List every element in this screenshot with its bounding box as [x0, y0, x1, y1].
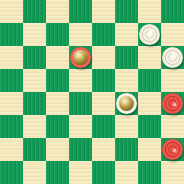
- square-r7c3[interactable]: [69, 161, 92, 184]
- square-r3c6[interactable]: [138, 69, 161, 92]
- square-r4c7[interactable]: [161, 92, 184, 115]
- square-r5c5[interactable]: [115, 115, 138, 138]
- square-r6c2[interactable]: [46, 138, 69, 161]
- red-man-piece[interactable]: [162, 93, 183, 114]
- square-r6c1[interactable]: [23, 138, 46, 161]
- square-r4c4[interactable]: [92, 92, 115, 115]
- red-king-piece[interactable]: [70, 47, 91, 68]
- square-r3c7[interactable]: [161, 69, 184, 92]
- square-r3c0[interactable]: [0, 69, 23, 92]
- square-r6c0[interactable]: [0, 138, 23, 161]
- square-r4c5[interactable]: [115, 92, 138, 115]
- square-r6c7[interactable]: [161, 138, 184, 161]
- square-r2c3[interactable]: [69, 46, 92, 69]
- square-r1c4[interactable]: [92, 23, 115, 46]
- square-r5c1[interactable]: [23, 115, 46, 138]
- white-king-piece[interactable]: [116, 93, 137, 114]
- square-r7c2[interactable]: [46, 161, 69, 184]
- square-r1c3[interactable]: [69, 23, 92, 46]
- square-r5c3[interactable]: [69, 115, 92, 138]
- square-r1c1[interactable]: [23, 23, 46, 46]
- red-man-piece[interactable]: [162, 139, 183, 160]
- square-r0c2[interactable]: [46, 0, 69, 23]
- square-r5c7[interactable]: [161, 115, 184, 138]
- square-r1c0[interactable]: [0, 23, 23, 46]
- square-r2c0[interactable]: [0, 46, 23, 69]
- square-r5c0[interactable]: [0, 115, 23, 138]
- white-man-piece[interactable]: [139, 24, 160, 45]
- square-r5c4[interactable]: [92, 115, 115, 138]
- square-r1c2[interactable]: [46, 23, 69, 46]
- square-r3c5[interactable]: [115, 69, 138, 92]
- white-man-piece[interactable]: [162, 47, 183, 68]
- square-r2c2[interactable]: [46, 46, 69, 69]
- square-r0c0[interactable]: [0, 0, 23, 23]
- square-r2c6[interactable]: [138, 46, 161, 69]
- square-r2c1[interactable]: [23, 46, 46, 69]
- square-r5c6[interactable]: [138, 115, 161, 138]
- square-r7c1[interactable]: [23, 161, 46, 184]
- square-r1c6[interactable]: [138, 23, 161, 46]
- square-r1c5[interactable]: [115, 23, 138, 46]
- square-r2c7[interactable]: [161, 46, 184, 69]
- square-r3c1[interactable]: [23, 69, 46, 92]
- square-r2c5[interactable]: [115, 46, 138, 69]
- square-r0c1[interactable]: [23, 0, 46, 23]
- square-r0c3[interactable]: [69, 0, 92, 23]
- square-r6c6[interactable]: [138, 138, 161, 161]
- square-r4c0[interactable]: [0, 92, 23, 115]
- square-r6c4[interactable]: [92, 138, 115, 161]
- square-r3c2[interactable]: [46, 69, 69, 92]
- square-r4c6[interactable]: [138, 92, 161, 115]
- square-r4c1[interactable]: [23, 92, 46, 115]
- square-r3c4[interactable]: [92, 69, 115, 92]
- square-r6c5[interactable]: [115, 138, 138, 161]
- square-r0c5[interactable]: [115, 0, 138, 23]
- square-r4c2[interactable]: [46, 92, 69, 115]
- square-r3c3[interactable]: [69, 69, 92, 92]
- square-r2c4[interactable]: [92, 46, 115, 69]
- square-r5c2[interactable]: [46, 115, 69, 138]
- square-r7c7[interactable]: [161, 161, 184, 184]
- checkers-board: [0, 0, 184, 184]
- square-r1c7[interactable]: [161, 23, 184, 46]
- square-r7c6[interactable]: [138, 161, 161, 184]
- square-r0c6[interactable]: [138, 0, 161, 23]
- square-r0c4[interactable]: [92, 0, 115, 23]
- square-r7c4[interactable]: [92, 161, 115, 184]
- square-r7c0[interactable]: [0, 161, 23, 184]
- square-r6c3[interactable]: [69, 138, 92, 161]
- square-r4c3[interactable]: [69, 92, 92, 115]
- square-r7c5[interactable]: [115, 161, 138, 184]
- square-r0c7[interactable]: [161, 0, 184, 23]
